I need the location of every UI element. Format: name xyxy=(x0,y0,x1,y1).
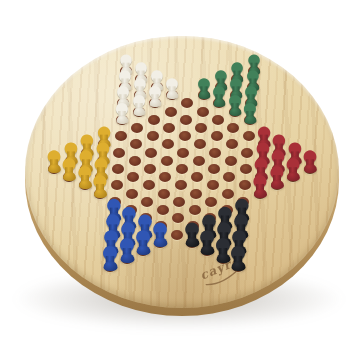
peg-head-icon: ● xyxy=(131,93,146,107)
peg-head-icon: ● xyxy=(116,85,131,99)
peg-yellow[interactable]: ● xyxy=(46,149,62,173)
peg-white[interactable]: ● xyxy=(114,101,129,124)
peg-head-icon: ● xyxy=(230,61,244,74)
peg-head-icon: ● xyxy=(77,165,93,180)
peg-red[interactable]: ● xyxy=(302,149,318,173)
hole[interactable] xyxy=(129,156,141,166)
peg-green[interactable]: ● xyxy=(227,93,242,116)
hole[interactable] xyxy=(243,131,255,141)
peg-head-icon: ● xyxy=(149,69,163,82)
hole[interactable] xyxy=(176,164,188,174)
peg-white[interactable]: ● xyxy=(148,85,163,108)
peg-head-icon: ● xyxy=(252,172,268,187)
peg-head-icon: ● xyxy=(96,125,111,139)
hole[interactable] xyxy=(197,107,209,117)
peg-yellow[interactable]: ● xyxy=(61,157,77,182)
peg-head-icon: ● xyxy=(152,220,169,236)
peg-head-icon: ● xyxy=(242,101,257,115)
peg-black[interactable]: ● xyxy=(199,228,216,255)
hole[interactable] xyxy=(158,189,170,199)
hole[interactable] xyxy=(225,156,237,166)
hole[interactable] xyxy=(144,164,156,174)
hole[interactable] xyxy=(212,115,224,125)
peg-yellow[interactable]: ● xyxy=(77,165,93,190)
hole[interactable] xyxy=(148,115,160,125)
peg-head-icon: ● xyxy=(61,157,77,172)
peg-head-icon: ● xyxy=(119,53,133,66)
peg-head-icon: ● xyxy=(165,77,179,91)
peg-head-icon: ● xyxy=(199,228,216,244)
peg-head-icon: ● xyxy=(102,244,119,260)
peg-green[interactable]: ● xyxy=(212,85,227,108)
hole[interactable] xyxy=(179,131,191,141)
peg-head-icon: ● xyxy=(247,53,261,66)
peg-head-icon: ● xyxy=(285,157,301,172)
peg-red[interactable]: ● xyxy=(285,157,301,182)
hole[interactable] xyxy=(115,131,127,141)
peg-head-icon: ● xyxy=(92,172,108,187)
hole[interactable] xyxy=(126,189,138,199)
chinese-checkers-photo: ●●●●●●●●●●●●●●●●●●●●●●●●●●●●●●●●●●●●●●●●… xyxy=(0,0,360,360)
peg-head-icon: ● xyxy=(227,93,242,107)
hole[interactable] xyxy=(190,189,202,199)
hole[interactable] xyxy=(208,164,220,174)
hole[interactable] xyxy=(112,164,124,174)
peg-blue[interactable]: ● xyxy=(102,244,119,271)
peg-head-icon: ● xyxy=(229,77,243,91)
peg-head-icon: ● xyxy=(118,236,135,252)
hole[interactable] xyxy=(211,131,223,141)
peg-yellow[interactable]: ● xyxy=(92,172,108,197)
hole[interactable] xyxy=(240,164,252,174)
peg-head-icon: ● xyxy=(134,61,148,74)
peg-head-icon: ● xyxy=(197,77,211,91)
hole[interactable] xyxy=(157,205,169,215)
hole[interactable] xyxy=(189,205,201,215)
peg-green[interactable]: ● xyxy=(197,77,211,100)
hole[interactable] xyxy=(209,148,221,158)
peg-head-icon: ● xyxy=(135,228,152,244)
peg-blue[interactable]: ● xyxy=(135,228,152,255)
peg-head-icon: ● xyxy=(212,85,227,99)
hole[interactable] xyxy=(165,107,177,117)
hole[interactable] xyxy=(180,115,192,125)
peg-head-icon: ● xyxy=(244,85,259,99)
peg-head-icon: ● xyxy=(148,85,163,99)
peg-red[interactable]: ● xyxy=(252,172,268,197)
peg-white[interactable]: ● xyxy=(165,77,179,100)
hole[interactable] xyxy=(241,148,253,158)
peg-head-icon: ● xyxy=(213,69,227,82)
peg-blue[interactable]: ● xyxy=(152,220,169,246)
hole[interactable] xyxy=(161,156,173,166)
peg-green[interactable]: ● xyxy=(242,101,257,124)
peg-red[interactable]: ● xyxy=(269,165,285,190)
peg-white[interactable]: ● xyxy=(131,93,146,116)
peg-black[interactable]: ● xyxy=(230,244,247,271)
hole[interactable] xyxy=(113,148,125,158)
hole[interactable] xyxy=(193,156,205,166)
hole[interactable] xyxy=(145,148,157,158)
peg-head-icon: ● xyxy=(117,69,131,82)
peg-head-icon: ● xyxy=(114,101,129,115)
hole[interactable] xyxy=(222,189,234,199)
peg-blue[interactable]: ● xyxy=(118,236,135,263)
hole[interactable] xyxy=(177,148,189,158)
peg-head-icon: ● xyxy=(269,165,285,180)
hole[interactable] xyxy=(147,131,159,141)
peg-head-icon: ● xyxy=(230,244,247,260)
peg-head-icon: ● xyxy=(46,149,62,164)
peg-head-icon: ● xyxy=(133,77,147,91)
peg-head-icon: ● xyxy=(245,69,259,82)
peg-head-icon: ● xyxy=(302,149,318,164)
hole[interactable] xyxy=(171,230,183,240)
peg-head-icon: ● xyxy=(256,125,271,139)
